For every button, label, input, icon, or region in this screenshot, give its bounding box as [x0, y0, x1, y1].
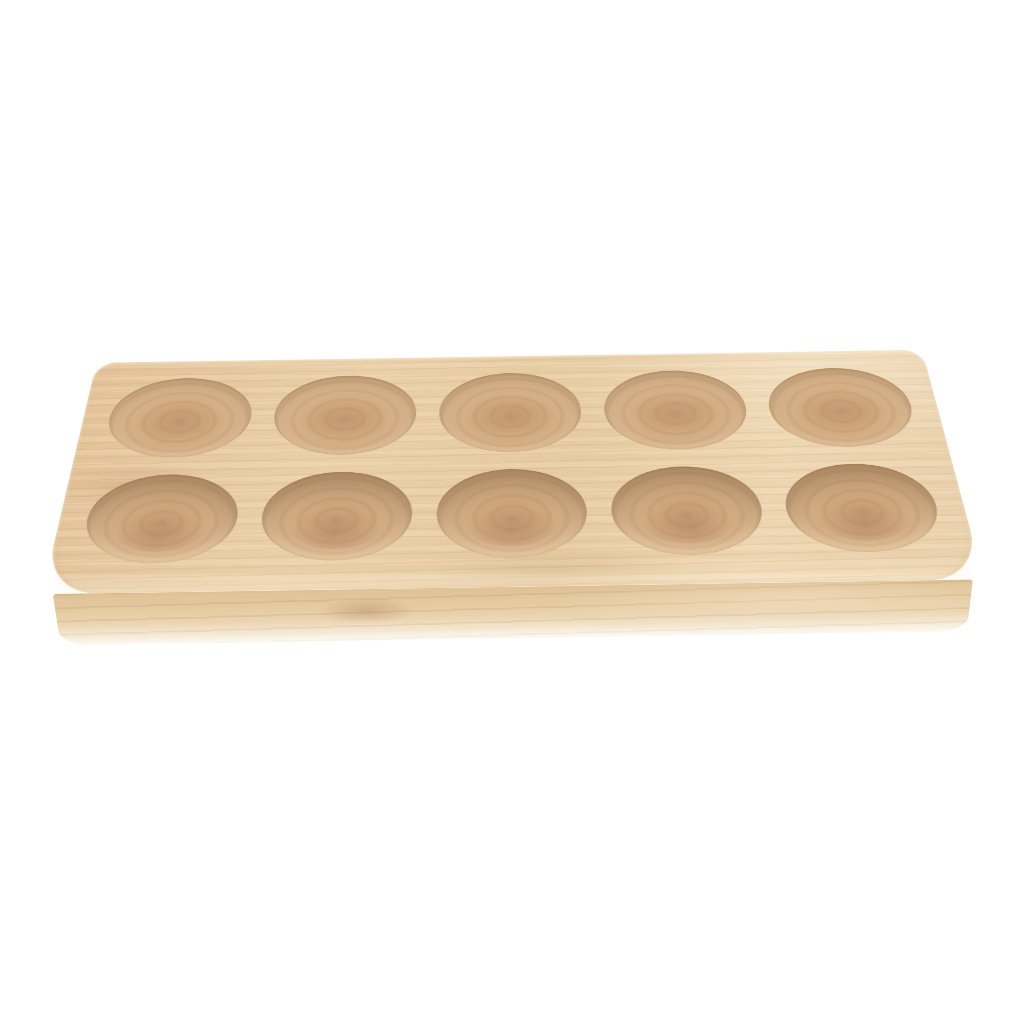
- board-3d-projection: [42, 350, 984, 594]
- pit-grid: [42, 350, 984, 594]
- product-photo-scene: Light natural-wood rectangular board wit…: [0, 0, 1024, 1024]
- pit-r2c5[interactable]: [779, 463, 948, 554]
- pit-r1c5[interactable]: [763, 367, 921, 448]
- pit-r2c4[interactable]: [608, 465, 768, 556]
- pit-r2c1[interactable]: [77, 473, 243, 564]
- pit-r2c3[interactable]: [436, 468, 590, 559]
- board-top-face: [42, 350, 984, 594]
- pit-r1c4[interactable]: [602, 370, 753, 451]
- pit-r1c2[interactable]: [270, 375, 418, 456]
- pit-r2c2[interactable]: [257, 471, 414, 562]
- board: [68, 257, 954, 671]
- pit-r1c1[interactable]: [101, 377, 257, 458]
- board-caption: Light natural-wood rectangular board wit…: [0, 0, 1, 1]
- pit-r1c3[interactable]: [438, 372, 583, 453]
